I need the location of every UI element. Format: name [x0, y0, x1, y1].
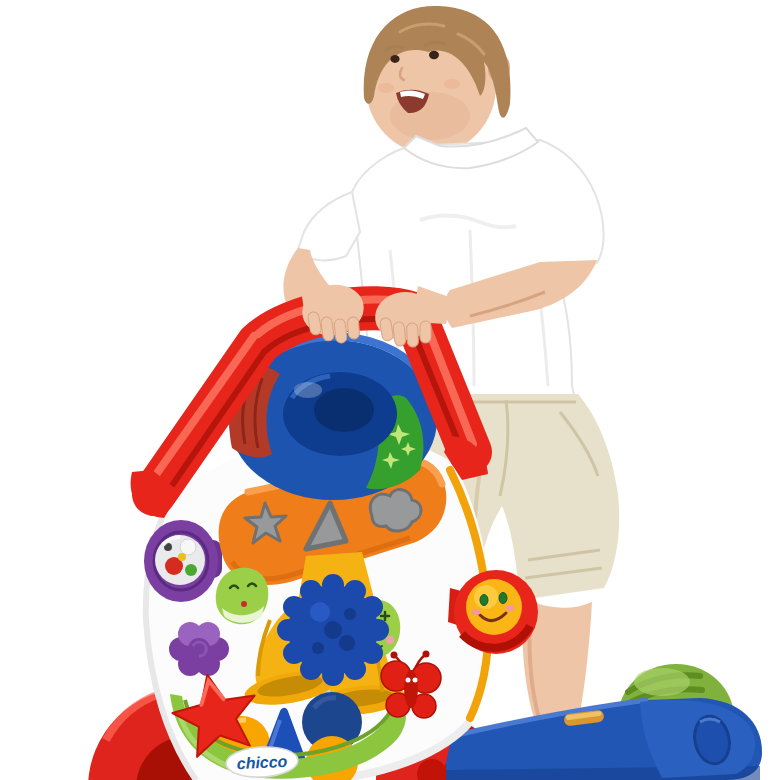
spiky-texture — [344, 608, 356, 620]
finger — [420, 321, 431, 343]
finger — [334, 318, 347, 343]
right-eye — [429, 51, 439, 59]
antenna-tip — [391, 652, 398, 659]
butterfly-eye — [406, 678, 411, 683]
finger — [393, 321, 406, 346]
finger — [347, 317, 360, 340]
finger — [406, 323, 418, 348]
bowl-sheen — [294, 382, 322, 398]
frog-mouth — [241, 601, 247, 607]
spiky-hub — [324, 621, 342, 639]
smiley-left-eye — [480, 595, 488, 606]
butterfly-body — [404, 670, 418, 708]
smiley-right-cheek — [506, 605, 515, 611]
bead-yellow — [178, 553, 186, 561]
spiky-texture — [312, 642, 324, 654]
bowl-hole — [314, 388, 374, 432]
product-photo: chicco — [0, 0, 780, 780]
left-cheek — [378, 83, 394, 93]
bead-green — [185, 564, 197, 576]
spiky-highlight — [310, 602, 330, 622]
rear-wheel-highlight — [634, 668, 690, 696]
bead-white — [180, 539, 196, 555]
right-cheek — [444, 79, 460, 89]
smiley-left-cheek — [472, 609, 481, 615]
butterfly-eye — [413, 678, 418, 683]
spiky-texture — [339, 635, 355, 651]
frog-cheek — [386, 636, 394, 644]
brand-logo: chicco — [236, 753, 288, 773]
smiley-right-eye — [499, 593, 507, 604]
antenna-tip — [423, 651, 430, 658]
left-eye — [390, 55, 399, 63]
photo-canvas: chicco — [0, 0, 780, 780]
